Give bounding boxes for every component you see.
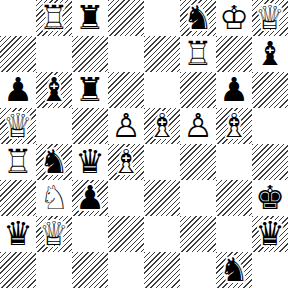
square-f8[interactable]: ♞♞ <box>180 0 216 36</box>
piece-white-bishop: ♗ <box>216 108 252 144</box>
square-b7[interactable] <box>36 36 72 72</box>
square-g2[interactable] <box>216 216 252 252</box>
square-c2[interactable] <box>72 216 108 252</box>
square-h3[interactable]: ♚♚ <box>252 180 288 216</box>
square-d6[interactable] <box>108 72 144 108</box>
square-e7[interactable] <box>144 36 180 72</box>
piece-black-pawn: ♟ <box>0 72 36 108</box>
square-a6[interactable]: ♟♟ <box>0 72 36 108</box>
square-e4[interactable] <box>144 144 180 180</box>
piece-halo: ♛ <box>252 216 288 252</box>
piece-halo: ♛ <box>0 108 36 144</box>
square-d8[interactable] <box>108 0 144 36</box>
piece-white-rook: ♖ <box>0 144 36 180</box>
square-d7[interactable] <box>108 36 144 72</box>
piece-halo: ♜ <box>72 72 108 108</box>
square-a8[interactable] <box>0 0 36 36</box>
piece-white-rook: ♖ <box>36 0 72 36</box>
piece-halo: ♜ <box>72 0 108 36</box>
square-b5[interactable] <box>36 108 72 144</box>
piece-black-bishop: ♝ <box>36 72 72 108</box>
square-g1[interactable]: ♞♞ <box>216 252 252 288</box>
square-a1[interactable] <box>0 252 36 288</box>
square-g5[interactable]: ♝♗ <box>216 108 252 144</box>
square-d2[interactable] <box>108 216 144 252</box>
square-a4[interactable]: ♜♖ <box>0 144 36 180</box>
square-h1[interactable] <box>252 252 288 288</box>
square-g7[interactable] <box>216 36 252 72</box>
piece-halo: ♟ <box>216 72 252 108</box>
square-f2[interactable] <box>180 216 216 252</box>
piece-halo: ♜ <box>36 0 72 36</box>
square-f6[interactable] <box>180 72 216 108</box>
square-g4[interactable] <box>216 144 252 180</box>
square-e2[interactable] <box>144 216 180 252</box>
piece-halo: ♛ <box>36 216 72 252</box>
square-a2[interactable]: ♛♛ <box>0 216 36 252</box>
piece-white-pawn: ♙ <box>108 108 144 144</box>
piece-halo: ♝ <box>36 72 72 108</box>
square-c3[interactable]: ♟♟ <box>72 180 108 216</box>
square-c7[interactable] <box>72 36 108 72</box>
piece-white-queen: ♕ <box>36 216 72 252</box>
square-e1[interactable] <box>144 252 180 288</box>
square-h2[interactable]: ♛♛ <box>252 216 288 252</box>
piece-white-king: ♔ <box>216 0 252 36</box>
square-b8[interactable]: ♜♖ <box>36 0 72 36</box>
square-f5[interactable]: ♟♙ <box>180 108 216 144</box>
square-c6[interactable]: ♜♜ <box>72 72 108 108</box>
piece-halo: ♟ <box>108 108 144 144</box>
piece-white-knight: ♘ <box>36 180 72 216</box>
piece-white-rook: ♖ <box>180 36 216 72</box>
piece-black-rook: ♜ <box>72 0 108 36</box>
piece-black-queen: ♛ <box>72 144 108 180</box>
piece-halo: ♜ <box>0 144 36 180</box>
piece-black-knight: ♞ <box>36 144 72 180</box>
square-d3[interactable] <box>108 180 144 216</box>
piece-white-queen: ♕ <box>252 0 288 36</box>
square-b2[interactable]: ♛♕ <box>36 216 72 252</box>
piece-black-bishop: ♝ <box>252 36 288 72</box>
square-f3[interactable] <box>180 180 216 216</box>
piece-black-pawn: ♟ <box>216 72 252 108</box>
piece-white-queen: ♕ <box>0 108 36 144</box>
square-e6[interactable] <box>144 72 180 108</box>
piece-halo: ♚ <box>252 180 288 216</box>
square-b3[interactable]: ♞♘ <box>36 180 72 216</box>
piece-halo: ♞ <box>36 144 72 180</box>
piece-halo: ♛ <box>72 144 108 180</box>
piece-halo: ♞ <box>216 252 252 288</box>
piece-halo: ♝ <box>216 108 252 144</box>
square-d4[interactable]: ♝♗ <box>108 144 144 180</box>
square-a3[interactable] <box>0 180 36 216</box>
piece-halo: ♟ <box>72 180 108 216</box>
piece-halo: ♜ <box>180 36 216 72</box>
square-b6[interactable]: ♝♝ <box>36 72 72 108</box>
square-g3[interactable] <box>216 180 252 216</box>
piece-black-king: ♚ <box>252 180 288 216</box>
square-h8[interactable]: ♛♕ <box>252 0 288 36</box>
square-c5[interactable] <box>72 108 108 144</box>
square-e8[interactable] <box>144 0 180 36</box>
piece-black-knight: ♞ <box>180 0 216 36</box>
square-a7[interactable] <box>0 36 36 72</box>
square-g6[interactable]: ♟♟ <box>216 72 252 108</box>
square-c8[interactable]: ♜♜ <box>72 0 108 36</box>
piece-halo: ♝ <box>144 108 180 144</box>
square-h4[interactable] <box>252 144 288 180</box>
piece-black-rook: ♜ <box>72 72 108 108</box>
piece-black-queen: ♛ <box>252 216 288 252</box>
piece-halo: ♞ <box>36 180 72 216</box>
square-b1[interactable] <box>36 252 72 288</box>
square-g8[interactable]: ♚♔ <box>216 0 252 36</box>
piece-white-bishop: ♗ <box>144 108 180 144</box>
piece-halo: ♞ <box>180 0 216 36</box>
square-f1[interactable] <box>180 252 216 288</box>
square-e3[interactable] <box>144 180 180 216</box>
piece-black-pawn: ♟ <box>72 180 108 216</box>
square-f4[interactable] <box>180 144 216 180</box>
square-e5[interactable]: ♝♗ <box>144 108 180 144</box>
square-c1[interactable] <box>72 252 108 288</box>
piece-halo: ♚ <box>216 0 252 36</box>
piece-halo: ♛ <box>0 216 36 252</box>
piece-halo: ♟ <box>0 72 36 108</box>
square-h5[interactable] <box>252 108 288 144</box>
square-h6[interactable] <box>252 72 288 108</box>
chess-board: ♜♖♜♜♞♞♚♔♛♕♜♖♝♝♟♟♝♝♜♜♟♟♛♕♟♙♝♗♟♙♝♗♜♖♞♞♛♛♝♗… <box>0 0 288 288</box>
piece-white-bishop: ♗ <box>108 144 144 180</box>
piece-halo: ♛ <box>252 0 288 36</box>
square-f7[interactable]: ♜♖ <box>180 36 216 72</box>
square-b4[interactable]: ♞♞ <box>36 144 72 180</box>
square-a5[interactable]: ♛♕ <box>0 108 36 144</box>
piece-black-queen: ♛ <box>0 216 36 252</box>
piece-halo: ♝ <box>108 144 144 180</box>
square-d1[interactable] <box>108 252 144 288</box>
piece-white-pawn: ♙ <box>180 108 216 144</box>
square-h7[interactable]: ♝♝ <box>252 36 288 72</box>
piece-black-knight: ♞ <box>216 252 252 288</box>
piece-halo: ♝ <box>252 36 288 72</box>
piece-halo: ♟ <box>180 108 216 144</box>
square-d5[interactable]: ♟♙ <box>108 108 144 144</box>
square-c4[interactable]: ♛♛ <box>72 144 108 180</box>
